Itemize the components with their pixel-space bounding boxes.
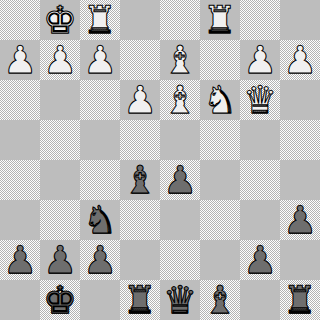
square-a3[interactable]: [280, 80, 320, 120]
square-e5[interactable]: ♝: [120, 160, 160, 200]
white-knight[interactable]: ♞: [203, 80, 237, 120]
square-a5[interactable]: [280, 160, 320, 200]
black-pawn[interactable]: ♟: [243, 240, 277, 280]
square-c3[interactable]: ♞: [200, 80, 240, 120]
square-b3[interactable]: ♛: [240, 80, 280, 120]
square-a6[interactable]: ♟: [280, 200, 320, 240]
square-c5[interactable]: [200, 160, 240, 200]
black-rook[interactable]: ♜: [123, 280, 157, 320]
square-a2[interactable]: ♟: [280, 40, 320, 80]
square-h3[interactable]: [0, 80, 40, 120]
square-c4[interactable]: [200, 120, 240, 160]
square-h1[interactable]: [0, 0, 40, 40]
square-c1[interactable]: ♜: [200, 0, 240, 40]
white-king[interactable]: ♚: [43, 0, 77, 40]
square-f6[interactable]: ♞: [80, 200, 120, 240]
white-bishop[interactable]: ♝: [163, 40, 197, 80]
square-g1[interactable]: ♚: [40, 0, 80, 40]
square-d6[interactable]: [160, 200, 200, 240]
square-g7[interactable]: ♟: [40, 240, 80, 280]
square-f4[interactable]: [80, 120, 120, 160]
square-g6[interactable]: [40, 200, 80, 240]
square-a8[interactable]: ♜: [280, 280, 320, 320]
square-g4[interactable]: [40, 120, 80, 160]
square-b2[interactable]: ♟: [240, 40, 280, 80]
square-e4[interactable]: [120, 120, 160, 160]
black-queen[interactable]: ♛: [163, 280, 197, 320]
square-e1[interactable]: [120, 0, 160, 40]
white-pawn[interactable]: ♟: [283, 40, 317, 80]
square-b6[interactable]: [240, 200, 280, 240]
square-a1[interactable]: [280, 0, 320, 40]
square-f8[interactable]: [80, 280, 120, 320]
square-h5[interactable]: [0, 160, 40, 200]
square-h2[interactable]: ♟: [0, 40, 40, 80]
square-g5[interactable]: [40, 160, 80, 200]
square-h8[interactable]: [0, 280, 40, 320]
square-a4[interactable]: [280, 120, 320, 160]
white-pawn[interactable]: ♟: [243, 40, 277, 80]
chess-board: ♚♜♜♟♟♟♝♟♟♟♝♞♛♝♟♞♟♟♟♟♟♚♜♛♝♜: [0, 0, 320, 320]
black-bishop[interactable]: ♝: [203, 280, 237, 320]
square-f7[interactable]: ♟: [80, 240, 120, 280]
square-d8[interactable]: ♛: [160, 280, 200, 320]
square-b5[interactable]: [240, 160, 280, 200]
black-rook[interactable]: ♜: [283, 280, 317, 320]
square-f5[interactable]: [80, 160, 120, 200]
square-f1[interactable]: ♜: [80, 0, 120, 40]
white-bishop[interactable]: ♝: [163, 80, 197, 120]
square-h7[interactable]: ♟: [0, 240, 40, 280]
square-h4[interactable]: [0, 120, 40, 160]
square-d5[interactable]: ♟: [160, 160, 200, 200]
square-c2[interactable]: [200, 40, 240, 80]
square-a7[interactable]: [280, 240, 320, 280]
square-b8[interactable]: [240, 280, 280, 320]
square-c6[interactable]: [200, 200, 240, 240]
black-king[interactable]: ♚: [43, 280, 77, 320]
square-b4[interactable]: [240, 120, 280, 160]
black-pawn[interactable]: ♟: [3, 240, 37, 280]
square-g8[interactable]: ♚: [40, 280, 80, 320]
black-bishop[interactable]: ♝: [123, 160, 157, 200]
white-pawn[interactable]: ♟: [83, 40, 117, 80]
white-rook[interactable]: ♜: [203, 0, 237, 40]
black-pawn[interactable]: ♟: [83, 240, 117, 280]
square-e7[interactable]: [120, 240, 160, 280]
square-d3[interactable]: ♝: [160, 80, 200, 120]
square-g2[interactable]: ♟: [40, 40, 80, 80]
square-f3[interactable]: [80, 80, 120, 120]
square-d1[interactable]: [160, 0, 200, 40]
square-d7[interactable]: [160, 240, 200, 280]
white-pawn[interactable]: ♟: [123, 80, 157, 120]
white-queen[interactable]: ♛: [243, 80, 277, 120]
square-b1[interactable]: [240, 0, 280, 40]
black-pawn[interactable]: ♟: [43, 240, 77, 280]
square-b7[interactable]: ♟: [240, 240, 280, 280]
white-pawn[interactable]: ♟: [43, 40, 77, 80]
black-pawn[interactable]: ♟: [163, 160, 197, 200]
square-e6[interactable]: [120, 200, 160, 240]
square-c7[interactable]: [200, 240, 240, 280]
white-pawn[interactable]: ♟: [3, 40, 37, 80]
square-e3[interactable]: ♟: [120, 80, 160, 120]
black-pawn[interactable]: ♟: [283, 200, 317, 240]
square-c8[interactable]: ♝: [200, 280, 240, 320]
square-g3[interactable]: [40, 80, 80, 120]
square-h6[interactable]: [0, 200, 40, 240]
square-e8[interactable]: ♜: [120, 280, 160, 320]
white-rook[interactable]: ♜: [83, 0, 117, 40]
square-d4[interactable]: [160, 120, 200, 160]
square-e2[interactable]: [120, 40, 160, 80]
black-knight[interactable]: ♞: [83, 200, 117, 240]
square-d2[interactable]: ♝: [160, 40, 200, 80]
square-f2[interactable]: ♟: [80, 40, 120, 80]
